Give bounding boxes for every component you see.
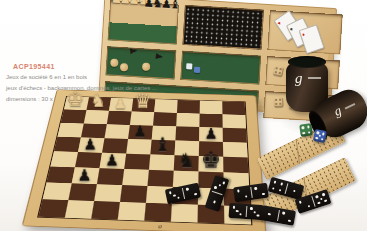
square-g6: ♟ [199,127,223,142]
pip [239,213,242,216]
square-g8 [199,101,222,115]
playing-cards-tray: ♥ ♠ ♦ [267,10,342,55]
black-pawn: ♟ [128,124,152,139]
dominoes-tray [182,5,264,50]
pip [321,138,324,141]
square-a3 [46,167,74,184]
square-c3 [96,168,123,185]
pip [253,211,256,214]
white-king: ♚ [64,89,87,110]
square-h7 [222,114,246,128]
square-f4: ♞ [173,155,198,171]
product-photo: ACP195441 Jeux de société 6 en 1 en bois… [0,0,367,231]
square-g4: ♚ [198,156,223,172]
square-a7 [60,109,86,123]
square-f8 [176,100,199,114]
pip [213,200,216,203]
pip [293,189,296,192]
square-b5: ♟ [77,137,103,152]
lying-black-piece: ♟ [153,52,164,61]
square-a5 [53,137,80,152]
square-e7 [152,112,176,126]
square-b3: ♟ [71,167,99,184]
square-e3 [147,170,173,187]
pip [315,195,318,198]
pip [272,187,275,190]
green-die [299,123,313,137]
square-b8: ♞ [86,97,111,111]
square-b7 [83,110,108,124]
square-b2 [68,183,97,201]
pip [268,212,271,215]
pip [237,189,240,192]
pip [322,133,325,136]
domino [229,203,264,220]
pip [307,126,310,129]
card-suit: ♠ [289,25,294,32]
card-suit: ♥ [276,20,282,27]
black-king: ♚ [198,149,223,172]
square-c2 [94,184,122,202]
pip [236,210,239,213]
product-code: ACP195441 [13,63,157,70]
square-d8: ♛ [131,99,155,113]
wooden-die [273,66,284,77]
pip [214,186,217,189]
card-suit: ♦ [301,31,305,38]
white-queen: ♛ [131,91,154,112]
square-e4 [148,154,174,170]
square-f1 [170,204,197,223]
square-e8 [154,99,177,113]
square-a2 [42,182,71,200]
square-c4: ♟ [99,153,126,169]
white-pieces-in-tray: ♟♟♟♞ [111,0,147,8]
pip [254,187,257,190]
pip [308,205,311,208]
pip [315,137,318,140]
pip [308,131,311,134]
pip [324,199,327,202]
white-pawn: ♟ [109,96,132,110]
pip [288,219,291,222]
pip [250,207,253,210]
square-h4 [223,157,248,173]
square-b1 [64,200,93,219]
pip [232,206,235,209]
square-a8: ♚ [63,97,88,110]
small-die [193,67,199,73]
square-h5 [222,142,247,158]
cup-logo-letter: g [295,70,303,87]
pip [299,201,302,204]
square-d5 [126,139,152,154]
wooden-die [274,98,283,107]
blue-die [313,129,327,143]
board-brand-logo: g [157,224,161,229]
cup-logo-text [308,77,321,79]
pip [177,196,180,199]
pip [302,132,305,135]
square-f7 [176,113,200,127]
square-a6 [57,123,83,138]
pip [257,214,260,217]
small-die [186,63,192,69]
cup-logo-text [345,103,356,109]
pip [279,189,282,192]
square-a4 [50,151,78,167]
pip [320,197,323,200]
black-knight: ♞ [173,151,198,170]
black-pieces-in-tray: ♟♞♟♝ [143,0,179,12]
pip [282,212,285,215]
white-knight: ♞ [86,92,109,109]
pip [280,182,283,185]
square-e5: ♝ [150,140,175,155]
pip [273,181,276,184]
pip [194,193,197,196]
pip [302,126,305,129]
felt-tray-with-dice [180,51,261,85]
square-d4 [124,154,150,170]
black-pawn: ♟ [99,152,124,168]
chess-pieces-tray: ♟♟♟♞ ♟♞♟♝ [108,0,179,44]
square-a1 [38,199,68,217]
square-h8 [222,101,245,115]
black-pawn: ♟ [78,136,102,151]
pip [262,193,265,196]
pip [169,191,172,194]
square-f6 [175,126,199,141]
pip [186,188,189,191]
pip [317,201,320,204]
square-d2 [119,185,146,203]
square-c6 [104,124,129,139]
square-d3 [122,169,149,186]
square-c8: ♟ [108,98,132,112]
square-d6: ♟ [128,125,153,140]
pip [173,194,176,197]
square-e1 [144,203,172,222]
black-pawn: ♟ [71,167,96,183]
pip [322,193,325,196]
square-d1 [117,202,145,221]
cup-logo-letter: g [332,103,344,120]
square-h6 [222,128,246,143]
square-c1 [91,201,120,220]
playing-card: ♦ [299,24,325,54]
pip [222,181,225,184]
product-desc-line1: Jeux de société 6 en 1 en bois [6,73,157,81]
pip [245,195,248,198]
pip [218,184,221,187]
black-pawn: ♟ [199,126,223,141]
lying-black-piece: ♟ [128,47,139,56]
black-bishop: ♝ [150,135,174,154]
